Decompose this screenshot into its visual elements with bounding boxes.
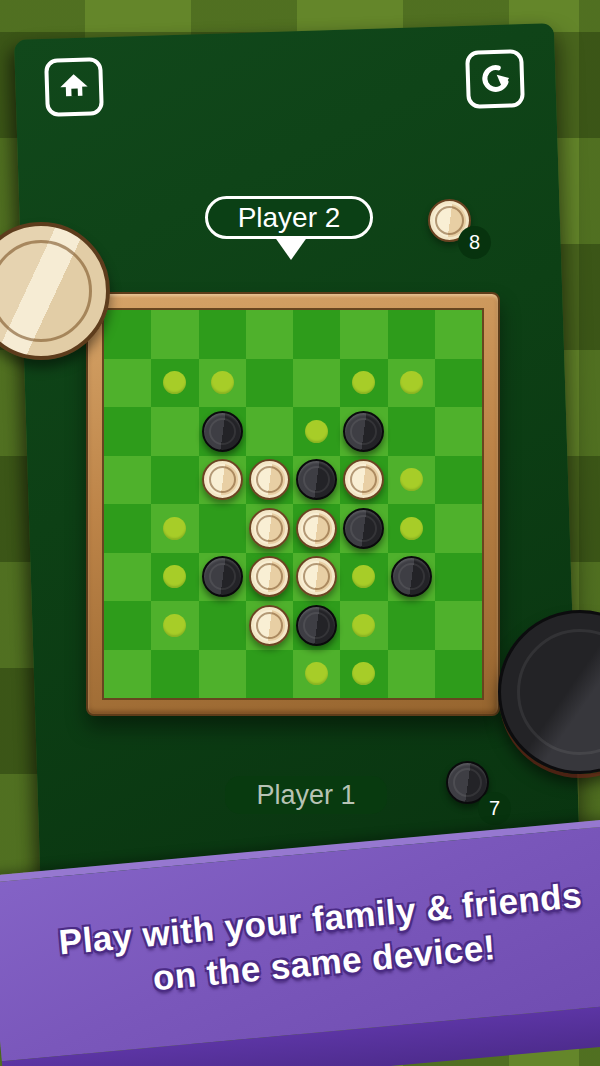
cell-d1 [246, 310, 293, 359]
legal-move-dot-g5[interactable] [400, 517, 423, 540]
black-disc-e4 [296, 459, 337, 500]
player1-label: Player 1 [256, 780, 355, 811]
white-disc-c4 [202, 459, 243, 500]
othello-app-screen: { "game": "othello-reversi", "position":… [0, 0, 600, 1066]
cell-c3 [199, 407, 246, 456]
legal-move-dot-f6[interactable] [352, 565, 375, 588]
cell-g1 [388, 310, 435, 359]
cell-g7 [388, 601, 435, 650]
cell-b6[interactable] [151, 553, 198, 602]
player1-score-badge: 7 [478, 792, 511, 825]
cell-d6 [246, 553, 293, 602]
cell-f3 [340, 407, 387, 456]
cell-g6 [388, 553, 435, 602]
legal-move-dot-f2[interactable] [352, 371, 375, 394]
cell-e5 [293, 504, 340, 553]
cell-b3 [151, 407, 198, 456]
cell-h6 [435, 553, 482, 602]
player2-score-badge: 8 [458, 226, 491, 259]
player1-turn-plate: Player 1 [225, 776, 387, 814]
cell-c5 [199, 504, 246, 553]
legal-move-dot-f7[interactable] [352, 614, 375, 637]
cell-g4[interactable] [388, 456, 435, 505]
cell-c2[interactable] [199, 359, 246, 408]
cell-a6 [104, 553, 151, 602]
cell-d2 [246, 359, 293, 408]
cell-b7[interactable] [151, 601, 198, 650]
cell-h2 [435, 359, 482, 408]
board-grid [102, 308, 484, 700]
cell-e7 [293, 601, 340, 650]
cell-a8 [104, 650, 151, 699]
cell-g5[interactable] [388, 504, 435, 553]
black-disc-e7 [296, 605, 337, 646]
cell-h5 [435, 504, 482, 553]
cell-e6 [293, 553, 340, 602]
cell-h8 [435, 650, 482, 699]
cell-d8 [246, 650, 293, 699]
legal-move-dot-f8[interactable] [352, 662, 375, 685]
cell-a4 [104, 456, 151, 505]
black-disc-f5 [343, 508, 384, 549]
white-disc-d5 [249, 508, 290, 549]
legal-move-dot-c2[interactable] [211, 371, 234, 394]
cell-c1 [199, 310, 246, 359]
cell-b4 [151, 456, 198, 505]
player2-label: Player 2 [238, 202, 341, 234]
cell-f1 [340, 310, 387, 359]
cell-a5 [104, 504, 151, 553]
player2-turn-plate: Player 2 [205, 196, 373, 239]
cell-b1 [151, 310, 198, 359]
cell-e8[interactable] [293, 650, 340, 699]
legal-move-dot-g2[interactable] [400, 371, 423, 394]
cell-c4 [199, 456, 246, 505]
turn-pointer-arrow [274, 236, 308, 260]
cell-b2[interactable] [151, 359, 198, 408]
white-disc-e6 [296, 556, 337, 597]
refresh-icon [474, 57, 515, 101]
cell-g3 [388, 407, 435, 456]
cell-b8 [151, 650, 198, 699]
restart-button[interactable] [465, 49, 525, 109]
cell-g8 [388, 650, 435, 699]
cell-d4 [246, 456, 293, 505]
legal-move-dot-b6[interactable] [163, 565, 186, 588]
cell-a2 [104, 359, 151, 408]
cell-d7 [246, 601, 293, 650]
cell-g2[interactable] [388, 359, 435, 408]
cell-b5[interactable] [151, 504, 198, 553]
cell-c7 [199, 601, 246, 650]
black-disc-g6 [391, 556, 432, 597]
player1-count: 7 [489, 797, 500, 820]
cell-f2[interactable] [340, 359, 387, 408]
cell-a3 [104, 407, 151, 456]
legal-move-dot-b2[interactable] [163, 371, 186, 394]
black-disc-c3 [202, 411, 243, 452]
cell-f8[interactable] [340, 650, 387, 699]
cell-f6[interactable] [340, 553, 387, 602]
white-disc-e5 [296, 508, 337, 549]
legal-move-dot-e3[interactable] [305, 420, 328, 443]
white-disc-d7 [249, 605, 290, 646]
cell-d3 [246, 407, 293, 456]
cell-a7 [104, 601, 151, 650]
black-disc-f3 [343, 411, 384, 452]
legal-move-dot-e8[interactable] [305, 662, 328, 685]
home-button[interactable] [44, 57, 104, 117]
legal-move-dot-b5[interactable] [163, 517, 186, 540]
legal-move-dot-b7[interactable] [163, 614, 186, 637]
cell-e1 [293, 310, 340, 359]
cell-e2 [293, 359, 340, 408]
home-icon [53, 65, 94, 109]
cell-h7 [435, 601, 482, 650]
cell-d5 [246, 504, 293, 553]
white-disc-f4 [343, 459, 384, 500]
cell-a1 [104, 310, 151, 359]
cell-e3[interactable] [293, 407, 340, 456]
cell-f4 [340, 456, 387, 505]
cell-f5 [340, 504, 387, 553]
black-disc-c6 [202, 556, 243, 597]
cell-h1 [435, 310, 482, 359]
white-disc-d6 [249, 556, 290, 597]
cell-c8 [199, 650, 246, 699]
legal-move-dot-g4[interactable] [400, 468, 423, 491]
player2-count: 8 [469, 231, 480, 254]
cell-c6 [199, 553, 246, 602]
cell-h3 [435, 407, 482, 456]
cell-e4 [293, 456, 340, 505]
cell-f7[interactable] [340, 601, 387, 650]
cell-h4 [435, 456, 482, 505]
white-disc-d4 [249, 459, 290, 500]
board-wooden-frame [86, 292, 500, 716]
